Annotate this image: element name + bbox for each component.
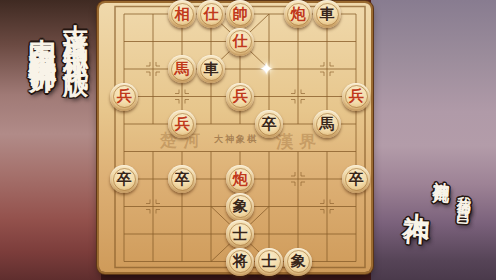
right-slogan-medium: 神自不凡 bbox=[432, 167, 456, 177]
piece-label: 卒 bbox=[175, 172, 190, 187]
piece-black-卒[interactable]: 卒 bbox=[110, 165, 138, 193]
piece-red-仕[interactable]: 仕 bbox=[226, 28, 254, 56]
piece-label: 馬 bbox=[320, 117, 335, 132]
piece-red-兵[interactable]: 兵 bbox=[226, 83, 254, 111]
piece-red-馬[interactable]: 馬 bbox=[168, 55, 196, 83]
piece-label: 馬 bbox=[175, 62, 190, 77]
piece-label: 炮 bbox=[291, 7, 306, 22]
piece-black-将[interactable]: 将 bbox=[226, 248, 254, 276]
piece-label: 帥 bbox=[233, 7, 248, 22]
piece-red-炮[interactable]: 炮 bbox=[226, 165, 254, 193]
video-frame: 楚河 大神象棋 漢界 ✦ 中国象棋大神讲师 古谱橘中秘现代版 大神 神自不凡 我… bbox=[0, 0, 496, 280]
piece-red-炮[interactable]: 炮 bbox=[284, 0, 312, 28]
piece-black-象[interactable]: 象 bbox=[284, 248, 312, 276]
piece-label: 炮 bbox=[233, 172, 248, 187]
piece-black-卒[interactable]: 卒 bbox=[342, 165, 370, 193]
piece-black-車[interactable]: 車 bbox=[197, 55, 225, 83]
piece-black-士[interactable]: 士 bbox=[226, 220, 254, 248]
piece-label: 卒 bbox=[262, 117, 277, 132]
piece-black-士[interactable]: 士 bbox=[255, 248, 283, 276]
left-title-main: 中国象棋大神讲师 bbox=[23, 16, 61, 48]
piece-label: 相 bbox=[175, 7, 190, 22]
piece-label: 兵 bbox=[233, 89, 248, 104]
piece-black-馬[interactable]: 馬 bbox=[313, 110, 341, 138]
piece-red-兵[interactable]: 兵 bbox=[342, 83, 370, 111]
piece-label: 兵 bbox=[349, 89, 364, 104]
piece-black-車[interactable]: 車 bbox=[313, 0, 341, 28]
piece-label: 士 bbox=[262, 254, 277, 269]
piece-label: 兵 bbox=[175, 117, 190, 132]
piece-label: 兵 bbox=[117, 89, 132, 104]
piece-black-卒[interactable]: 卒 bbox=[255, 110, 283, 138]
river-label-right: 漢界 bbox=[276, 130, 322, 153]
piece-label: 車 bbox=[204, 62, 219, 77]
piece-red-兵[interactable]: 兵 bbox=[110, 83, 138, 111]
left-title-sub: 古谱橘中秘现代版 bbox=[59, 4, 92, 60]
move-highlight-sparkle: ✦ bbox=[259, 58, 274, 79]
piece-red-帥[interactable]: 帥 bbox=[226, 0, 254, 28]
piece-label: 象 bbox=[233, 199, 248, 214]
piece-red-仕[interactable]: 仕 bbox=[197, 0, 225, 28]
piece-label: 車 bbox=[320, 7, 335, 22]
piece-label: 仕 bbox=[233, 34, 248, 49]
piece-black-卒[interactable]: 卒 bbox=[168, 165, 196, 193]
piece-label: 卒 bbox=[349, 172, 364, 187]
app-watermark: 大神象棋 bbox=[214, 133, 258, 146]
piece-label: 象 bbox=[291, 254, 306, 269]
piece-label: 将 bbox=[233, 254, 248, 269]
piece-label: 仕 bbox=[204, 7, 219, 22]
piece-red-相[interactable]: 相 bbox=[168, 0, 196, 28]
piece-red-兵[interactable]: 兵 bbox=[168, 110, 196, 138]
piece-black-象[interactable]: 象 bbox=[226, 193, 254, 221]
piece-label: 卒 bbox=[117, 172, 132, 187]
right-background-panel bbox=[371, 0, 496, 280]
right-slogan-small: 我信仰自己 bbox=[455, 184, 474, 205]
piece-label: 士 bbox=[233, 227, 248, 242]
